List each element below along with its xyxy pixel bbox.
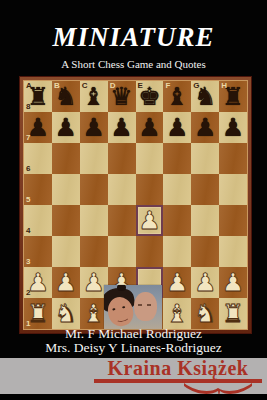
square-b4 [52,205,80,236]
white-bishop-f1: ♝ [163,298,191,329]
chess-board-frame: A8♜B♞C♝D♛E♚F♝G♞H♜7♟♟♟♟♟♟♟♟654♟32♟♟♟♟♟♟♟1… [20,77,251,333]
square-f4 [163,205,191,236]
square-a6: 6 [24,143,52,174]
square-g1: ♞ [191,298,219,329]
square-e7: ♟ [136,112,164,143]
square-d4 [108,205,136,236]
square-f5 [163,174,191,205]
square-f6 [163,143,191,174]
square-e5 [136,174,164,205]
square-g4 [191,205,219,236]
square-f1: ♝ [163,298,191,329]
square-b1: ♞ [52,298,80,329]
black-pawn-h7: ♟ [219,112,247,143]
black-pawn-b7: ♟ [52,112,80,143]
rank-label-5: 5 [26,196,30,204]
square-b2: ♟ [52,267,80,298]
square-a3: 3 [24,236,52,267]
book-title: MINIATURE [0,22,267,53]
square-h1: ♜ [219,298,247,329]
book-subtitle: A Short Chess Game and Quotes [0,58,267,70]
white-knight-g1: ♞ [191,298,219,329]
square-f2: ♟ [163,267,191,298]
square-b6 [52,143,80,174]
file-label-d: D [110,82,116,90]
square-d6 [108,143,136,174]
square-h7: ♟ [219,112,247,143]
square-g5 [191,174,219,205]
white-knight-b1: ♞ [52,298,80,329]
black-pawn-e7: ♟ [136,112,164,143]
square-c4 [80,205,108,236]
photo-left-eye-icon [112,308,115,311]
black-pawn-f7: ♟ [163,112,191,143]
square-d7: ♟ [108,112,136,143]
square-e4: ♟ [136,205,164,236]
photo-right-person-brow-left [138,304,142,306]
photo-right-eye-icon [122,306,125,309]
author-line-2: Mrs. Deisy Y Linares-Rodriguez [0,341,267,355]
square-a1: 1♜ [24,298,52,329]
white-pawn-g2: ♟ [191,267,219,298]
author-names: Mr. F Michael Rodriguez Mrs. Deisy Y Lin… [0,327,267,355]
square-a4: 4 [24,205,52,236]
photo-person-right-face [134,292,157,321]
square-c3 [80,236,108,267]
square-g6 [191,143,219,174]
white-pawn-e4: ♟ [136,205,164,236]
chess-board: A8♜B♞C♝D♛E♚F♝G♞H♜7♟♟♟♟♟♟♟♟654♟32♟♟♟♟♟♟♟1… [24,81,247,329]
file-label-f: F [165,82,170,90]
square-e6 [136,143,164,174]
photo-right-person-brow-right [147,304,151,306]
photo-smile-icon [115,312,130,323]
square-c8: C♝ [80,81,108,112]
family-photo [104,285,162,329]
square-e3 [136,236,164,267]
square-h8: H♜ [219,81,247,112]
square-f3 [163,236,191,267]
square-h3 [219,236,247,267]
square-h6 [219,143,247,174]
file-label-a: A [26,82,32,90]
square-c6 [80,143,108,174]
white-pawn-b2: ♟ [52,267,80,298]
square-e8: E♚ [136,81,164,112]
watermark-text: Kraina Książek [94,359,262,378]
white-rook-h1: ♜ [219,298,247,329]
rank-label-3: 3 [26,258,30,266]
square-f7: ♟ [163,112,191,143]
black-pawn-g7: ♟ [191,112,219,143]
book-cover: MINIATURE A Short Chess Game and Quotes … [0,0,267,400]
rank-label-6: 6 [26,165,30,173]
square-b7: ♟ [52,112,80,143]
rank-label-8: 8 [26,103,30,111]
bottom-margin [0,394,267,400]
black-pawn-c7: ♟ [80,112,108,143]
file-label-e: E [138,82,143,90]
square-g7: ♟ [191,112,219,143]
rank-label-7: 7 [26,134,30,142]
square-d8: D♛ [108,81,136,112]
kraina-ksiazek-logo: Kraina Książek [94,359,262,397]
square-a8: A8♜ [24,81,52,112]
square-b8: B♞ [52,81,80,112]
square-a7: 7♟ [24,112,52,143]
square-a5: 5 [24,174,52,205]
square-b3 [52,236,80,267]
square-h2: ♟ [219,267,247,298]
author-line-1: Mr. F Michael Rodriguez [0,327,267,341]
rank-label-2: 2 [26,289,30,297]
file-label-h: H [221,82,227,90]
white-pawn-f2: ♟ [163,267,191,298]
white-pawn-h2: ♟ [219,267,247,298]
file-label-b: B [54,82,60,90]
square-h4 [219,205,247,236]
square-f8: F♝ [163,81,191,112]
file-label-c: C [82,82,88,90]
rank-label-1: 1 [26,320,30,328]
file-label-g: G [193,82,199,90]
square-h5 [219,174,247,205]
square-g2: ♟ [191,267,219,298]
square-c5 [80,174,108,205]
square-b5 [52,174,80,205]
square-a2: 2♟ [24,267,52,298]
square-g3 [191,236,219,267]
rank-label-4: 4 [26,227,30,235]
square-c7: ♟ [80,112,108,143]
square-d3 [108,236,136,267]
watermark-strip: Kraina Książek [0,358,267,394]
square-g8: G♞ [191,81,219,112]
square-d5 [108,174,136,205]
black-pawn-d7: ♟ [108,112,136,143]
